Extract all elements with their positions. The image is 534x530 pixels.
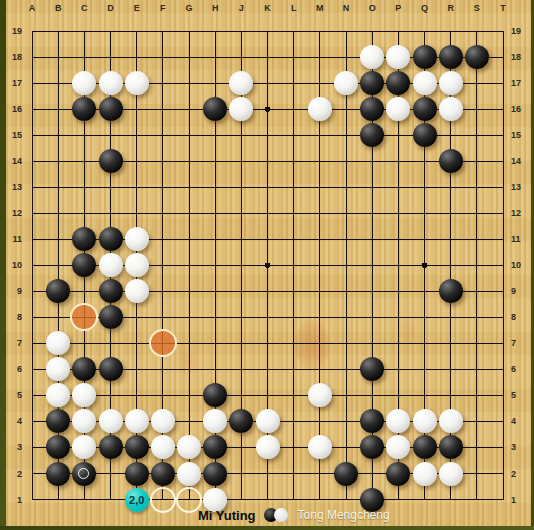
row-label-right-18: 18	[511, 52, 531, 62]
players-caption: Mi Yuting Tong Mengcheng	[130, 506, 450, 524]
row-label-right-4: 4	[511, 416, 531, 426]
row-label-right-16: 16	[511, 104, 531, 114]
col-label-A: A	[22, 3, 42, 13]
black-stone-D14[interactable]	[99, 149, 123, 173]
col-label-H: H	[205, 3, 225, 13]
black-stone-Q18[interactable]	[413, 45, 437, 69]
col-label-P: P	[388, 3, 408, 13]
black-stone-R9[interactable]	[439, 279, 463, 303]
black-stone-S18[interactable]	[465, 45, 489, 69]
row-label-right-8: 8	[511, 312, 531, 322]
row-label-right-17: 17	[511, 78, 531, 88]
row-label-right-3: 3	[511, 442, 531, 452]
black-stone-H2[interactable]	[203, 462, 227, 486]
last-move-circle-marker	[78, 468, 89, 479]
black-stone-D3[interactable]	[99, 435, 123, 459]
col-label-S: S	[467, 3, 487, 13]
row-label-right-7: 7	[511, 338, 531, 348]
white-stone-Q2[interactable]	[413, 462, 437, 486]
white-stone-Q17[interactable]	[413, 71, 437, 95]
white-stone-R17[interactable]	[439, 71, 463, 95]
white-stone-D10[interactable]	[99, 253, 123, 277]
white-player-name: Tong Mengcheng	[298, 508, 390, 522]
white-stone-K3[interactable]	[256, 435, 280, 459]
white-stone-icon	[274, 508, 288, 522]
black-stone-Q15[interactable]	[413, 123, 437, 147]
col-label-C: C	[74, 3, 94, 13]
col-label-K: K	[258, 3, 278, 13]
row-label-right-11: 11	[511, 234, 531, 244]
black-stone-R18[interactable]	[439, 45, 463, 69]
black-stone-D6[interactable]	[99, 357, 123, 381]
col-label-T: T	[493, 3, 513, 13]
row-label-right-1: 1	[511, 495, 531, 505]
black-stone-E2[interactable]	[125, 462, 149, 486]
black-stone-Q3[interactable]	[413, 435, 437, 459]
white-stone-D4[interactable]	[99, 409, 123, 433]
board-frame-bottom	[0, 526, 534, 530]
white-stone-E10[interactable]	[125, 253, 149, 277]
black-stone-D8[interactable]	[99, 305, 123, 329]
white-stone-D17[interactable]	[99, 71, 123, 95]
go-board-app: ABCDEFGHJKLMNOPQRST191918181717161615151…	[0, 0, 534, 530]
black-stone-B2[interactable]	[46, 462, 70, 486]
col-label-N: N	[336, 3, 356, 13]
col-label-M: M	[310, 3, 330, 13]
white-stone-R16[interactable]	[439, 97, 463, 121]
row-label-right-15: 15	[511, 130, 531, 140]
white-stone-E4[interactable]	[125, 409, 149, 433]
col-label-J: J	[231, 3, 251, 13]
white-stone-M16[interactable]	[308, 97, 332, 121]
black-stone-F2[interactable]	[151, 462, 175, 486]
black-stone-D9[interactable]	[99, 279, 123, 303]
row-label-right-10: 10	[511, 260, 531, 270]
col-label-B: B	[48, 3, 68, 13]
col-label-O: O	[362, 3, 382, 13]
stone-pair-icon	[264, 507, 292, 523]
white-stone-Q4[interactable]	[413, 409, 437, 433]
white-stone-N17[interactable]	[334, 71, 358, 95]
white-stone-R4[interactable]	[439, 409, 463, 433]
row-label-right-12: 12	[511, 208, 531, 218]
board-frame-left	[0, 0, 6, 530]
row-label-right-14: 14	[511, 156, 531, 166]
col-label-E: E	[127, 3, 147, 13]
black-stone-Q16[interactable]	[413, 97, 437, 121]
col-label-Q: Q	[415, 3, 435, 13]
col-label-F: F	[153, 3, 173, 13]
black-stone-P2[interactable]	[386, 462, 410, 486]
row-label-right-5: 5	[511, 390, 531, 400]
black-stone-D16[interactable]	[99, 97, 123, 121]
black-stone-C2[interactable]	[72, 462, 96, 486]
black-stone-N2[interactable]	[334, 462, 358, 486]
row-label-right-19: 19	[511, 26, 531, 36]
white-stone-E17[interactable]	[125, 71, 149, 95]
col-label-D: D	[101, 3, 121, 13]
white-stone-G2[interactable]	[177, 462, 201, 486]
col-label-R: R	[441, 3, 461, 13]
row-label-right-9: 9	[511, 286, 531, 296]
black-stone-E3[interactable]	[125, 435, 149, 459]
white-stone-K4[interactable]	[256, 409, 280, 433]
col-label-L: L	[284, 3, 304, 13]
white-stone-E9[interactable]	[125, 279, 149, 303]
black-stone-R14[interactable]	[439, 149, 463, 173]
row-label-right-13: 13	[511, 182, 531, 192]
black-stone-D11[interactable]	[99, 227, 123, 251]
col-label-G: G	[179, 3, 199, 13]
white-stone-R2[interactable]	[439, 462, 463, 486]
row-label-right-6: 6	[511, 364, 531, 374]
row-label-right-2: 2	[511, 469, 531, 479]
white-stone-E11[interactable]	[125, 227, 149, 251]
black-player-name: Mi Yuting	[198, 508, 256, 523]
